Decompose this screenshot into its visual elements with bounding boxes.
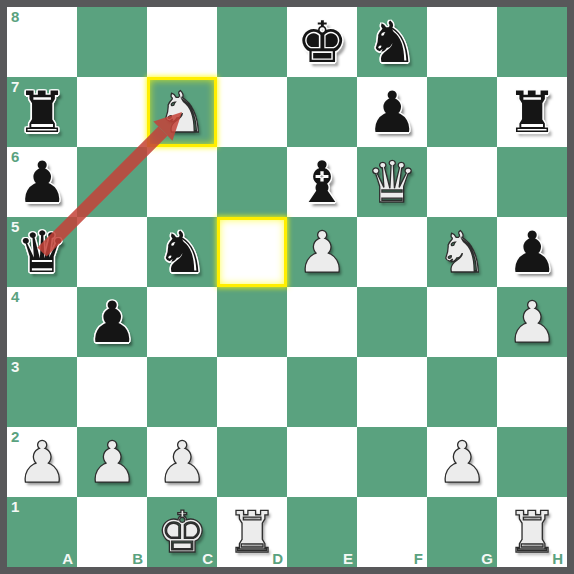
square-e3[interactable] [287,357,357,427]
square-c1[interactable]: C♚ [147,497,217,567]
square-d1[interactable]: D♜ [217,497,287,567]
white-queen-f6[interactable]: ♛ [357,147,427,217]
white-pawn-g2[interactable]: ♟ [427,427,497,497]
square-a7[interactable]: 7♜ [7,77,77,147]
square-b4[interactable]: ♟ [77,287,147,357]
square-c2[interactable]: ♟ [147,427,217,497]
square-b7[interactable] [77,77,147,147]
square-e6[interactable]: ♝ [287,147,357,217]
square-e2[interactable] [287,427,357,497]
square-h7[interactable]: ♜ [497,77,567,147]
square-f3[interactable] [357,357,427,427]
square-d5-highlighted[interactable] [217,217,287,287]
square-b6[interactable] [77,147,147,217]
square-e8[interactable]: ♚ [287,7,357,77]
square-a3[interactable]: 3 [7,357,77,427]
black-pawn-b4[interactable]: ♟ [77,287,147,357]
file-label-a: A [62,550,73,567]
square-e1[interactable]: E [287,497,357,567]
square-d7[interactable] [217,77,287,147]
white-pawn-c2[interactable]: ♟ [147,427,217,497]
square-a1[interactable]: 1A [7,497,77,567]
white-rook-h1[interactable]: ♜ [497,497,567,567]
board-frame: 8♚♞7♜♞♟♜6♟♝♛5♛♞♟♞♟4♟♟32♟♟♟♟1ABC♚D♜EFGH♜ [0,0,574,574]
white-pawn-h4[interactable]: ♟ [497,287,567,357]
square-h8[interactable] [497,7,567,77]
square-h5[interactable]: ♟ [497,217,567,287]
square-g2[interactable]: ♟ [427,427,497,497]
square-e4[interactable] [287,287,357,357]
square-f8[interactable]: ♞ [357,7,427,77]
square-g5[interactable]: ♞ [427,217,497,287]
white-pawn-e5[interactable]: ♟ [287,217,357,287]
black-king-e8[interactable]: ♚ [287,7,357,77]
square-d8[interactable] [217,7,287,77]
square-g1[interactable]: G [427,497,497,567]
square-c7-highlighted[interactable]: ♞ [147,77,217,147]
white-king-c1[interactable]: ♚ [147,497,217,567]
square-c4[interactable] [147,287,217,357]
file-label-b: B [132,550,143,567]
rank-label-1: 1 [11,498,19,515]
square-h4[interactable]: ♟ [497,287,567,357]
black-bishop-e6[interactable]: ♝ [287,147,357,217]
white-rook-d1[interactable]: ♜ [217,497,287,567]
square-g6[interactable] [427,147,497,217]
white-knight-g5[interactable]: ♞ [427,217,497,287]
square-b2[interactable]: ♟ [77,427,147,497]
square-g4[interactable] [427,287,497,357]
square-f4[interactable] [357,287,427,357]
square-f1[interactable]: F [357,497,427,567]
square-c5[interactable]: ♞ [147,217,217,287]
square-f5[interactable] [357,217,427,287]
square-c3[interactable] [147,357,217,427]
square-g3[interactable] [427,357,497,427]
square-d4[interactable] [217,287,287,357]
black-rook-a7[interactable]: ♜ [7,77,77,147]
white-pawn-b2[interactable]: ♟ [77,427,147,497]
black-pawn-f7[interactable]: ♟ [357,77,427,147]
square-a8[interactable]: 8 [7,7,77,77]
square-b5[interactable] [77,217,147,287]
square-e5[interactable]: ♟ [287,217,357,287]
square-f6[interactable]: ♛ [357,147,427,217]
square-d3[interactable] [217,357,287,427]
square-d2[interactable] [217,427,287,497]
rank-label-4: 4 [11,288,19,305]
rank-label-8: 8 [11,8,19,25]
square-a4[interactable]: 4 [7,287,77,357]
square-g8[interactable] [427,7,497,77]
square-b1[interactable]: B [77,497,147,567]
black-knight-c5[interactable]: ♞ [147,217,217,287]
square-c6[interactable] [147,147,217,217]
square-h6[interactable] [497,147,567,217]
square-h1[interactable]: H♜ [497,497,567,567]
file-label-f: F [414,550,423,567]
square-g7[interactable] [427,77,497,147]
square-h3[interactable] [497,357,567,427]
file-label-g: G [481,550,493,567]
square-b3[interactable] [77,357,147,427]
square-d6[interactable] [217,147,287,217]
square-c8[interactable] [147,7,217,77]
black-rook-h7[interactable]: ♜ [497,77,567,147]
white-knight-c7[interactable]: ♞ [147,77,217,147]
black-pawn-a6[interactable]: ♟ [7,147,77,217]
black-knight-f8[interactable]: ♞ [357,7,427,77]
square-a6[interactable]: 6♟ [7,147,77,217]
square-b8[interactable] [77,7,147,77]
square-f2[interactable] [357,427,427,497]
square-h2[interactable] [497,427,567,497]
file-label-e: E [343,550,353,567]
black-pawn-h5[interactable]: ♟ [497,217,567,287]
chess-board: 8♚♞7♜♞♟♜6♟♝♛5♛♞♟♞♟4♟♟32♟♟♟♟1ABC♚D♜EFGH♜ [7,7,567,567]
black-queen-a5[interactable]: ♛ [7,217,77,287]
square-e7[interactable] [287,77,357,147]
white-pawn-a2[interactable]: ♟ [7,427,77,497]
square-a2[interactable]: 2♟ [7,427,77,497]
square-a5[interactable]: 5♛ [7,217,77,287]
rank-label-3: 3 [11,358,19,375]
square-f7[interactable]: ♟ [357,77,427,147]
